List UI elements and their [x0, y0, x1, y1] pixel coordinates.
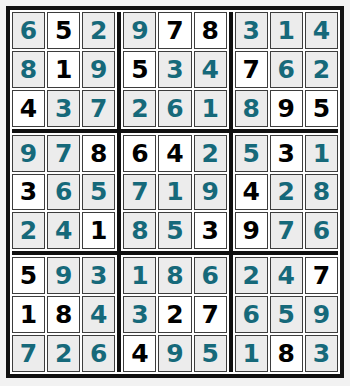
- cell-r5c7: 4: [235, 174, 268, 211]
- cell-r5c6: 9: [194, 174, 227, 211]
- cell-r8c3: 4: [82, 296, 115, 333]
- cell-r7c4: 1: [123, 257, 156, 294]
- cell-r2c7: 7: [235, 51, 268, 88]
- cell-r9c3: 6: [82, 335, 115, 372]
- cell-r3c3: 7: [82, 90, 115, 127]
- cell-r2c6: 4: [194, 51, 227, 88]
- cell-r1c2: 5: [47, 12, 80, 49]
- cell-r2c9: 2: [305, 51, 338, 88]
- cell-r3c5: 6: [158, 90, 191, 127]
- cell-r6c1: 2: [12, 212, 45, 249]
- cell-r5c2: 6: [47, 174, 80, 211]
- cell-r7c2: 9: [47, 257, 80, 294]
- cell-r2c4: 5: [123, 51, 156, 88]
- cell-r2c5: 3: [158, 51, 191, 88]
- cell-r2c1: 8: [12, 51, 45, 88]
- cell-r4c2: 7: [47, 135, 80, 172]
- cell-r9c4: 4: [123, 335, 156, 372]
- cell-r6c5: 5: [158, 212, 191, 249]
- cell-r6c7: 9: [235, 212, 268, 249]
- cell-r1c1: 6: [12, 12, 45, 49]
- cell-r4c7: 5: [235, 135, 268, 172]
- cell-r4c9: 1: [305, 135, 338, 172]
- cell-r6c3: 1: [82, 212, 115, 249]
- cell-r4c1: 9: [12, 135, 45, 172]
- cell-r6c6: 3: [194, 212, 227, 249]
- cell-r5c4: 7: [123, 174, 156, 211]
- cell-r3c6: 1: [194, 90, 227, 127]
- cell-r2c3: 9: [82, 51, 115, 88]
- cell-r3c2: 3: [47, 90, 80, 127]
- box-divider-vertical-2: [229, 12, 233, 372]
- cell-r1c7: 3: [235, 12, 268, 49]
- cell-r7c9: 7: [305, 257, 338, 294]
- cell-r1c5: 7: [158, 12, 191, 49]
- cell-r8c2: 8: [47, 296, 80, 333]
- cell-r9c2: 2: [47, 335, 80, 372]
- cell-r9c8: 8: [270, 335, 303, 372]
- cell-r6c4: 8: [123, 212, 156, 249]
- cell-r4c3: 8: [82, 135, 115, 172]
- cell-r7c8: 4: [270, 257, 303, 294]
- cell-r4c4: 6: [123, 135, 156, 172]
- cell-r3c8: 9: [270, 90, 303, 127]
- cell-r8c8: 5: [270, 296, 303, 333]
- box-divider-vertical-1: [117, 12, 121, 372]
- cell-r9c7: 1: [235, 335, 268, 372]
- cell-r7c5: 8: [158, 257, 191, 294]
- cell-r7c3: 3: [82, 257, 115, 294]
- cell-r6c2: 4: [47, 212, 80, 249]
- cell-r1c3: 2: [82, 12, 115, 49]
- box-divider-horizontal-1: [12, 129, 338, 133]
- cell-r9c6: 5: [194, 335, 227, 372]
- cell-r6c8: 7: [270, 212, 303, 249]
- cell-r9c9: 3: [305, 335, 338, 372]
- cell-r5c9: 8: [305, 174, 338, 211]
- cell-r7c7: 2: [235, 257, 268, 294]
- cell-r6c9: 6: [305, 212, 338, 249]
- cell-r1c6: 8: [194, 12, 227, 49]
- cell-r8c7: 6: [235, 296, 268, 333]
- cell-r3c9: 5: [305, 90, 338, 127]
- cell-r8c6: 7: [194, 296, 227, 333]
- cell-r2c2: 1: [47, 51, 80, 88]
- cell-r8c1: 1: [12, 296, 45, 333]
- cell-r9c1: 7: [12, 335, 45, 372]
- cell-r4c5: 4: [158, 135, 191, 172]
- box-divider-horizontal-2: [12, 251, 338, 255]
- cell-r1c4: 9: [123, 12, 156, 49]
- cell-r1c9: 4: [305, 12, 338, 49]
- cell-r8c4: 3: [123, 296, 156, 333]
- cell-r1c8: 1: [270, 12, 303, 49]
- cell-r3c7: 8: [235, 90, 268, 127]
- cell-r3c1: 4: [12, 90, 45, 127]
- cell-r7c1: 5: [12, 257, 45, 294]
- cell-r4c6: 2: [194, 135, 227, 172]
- cell-r5c8: 2: [270, 174, 303, 211]
- cell-r3c4: 2: [123, 90, 156, 127]
- cell-r8c5: 2: [158, 296, 191, 333]
- cell-r4c8: 3: [270, 135, 303, 172]
- cell-r5c1: 3: [12, 174, 45, 211]
- cell-r7c6: 6: [194, 257, 227, 294]
- cell-r9c5: 9: [158, 335, 191, 372]
- cell-r5c5: 1: [158, 174, 191, 211]
- cell-r5c3: 5: [82, 174, 115, 211]
- sudoku-board: 6529783148195347624372618959786425313657…: [6, 6, 344, 378]
- cell-r2c8: 6: [270, 51, 303, 88]
- cell-r8c9: 9: [305, 296, 338, 333]
